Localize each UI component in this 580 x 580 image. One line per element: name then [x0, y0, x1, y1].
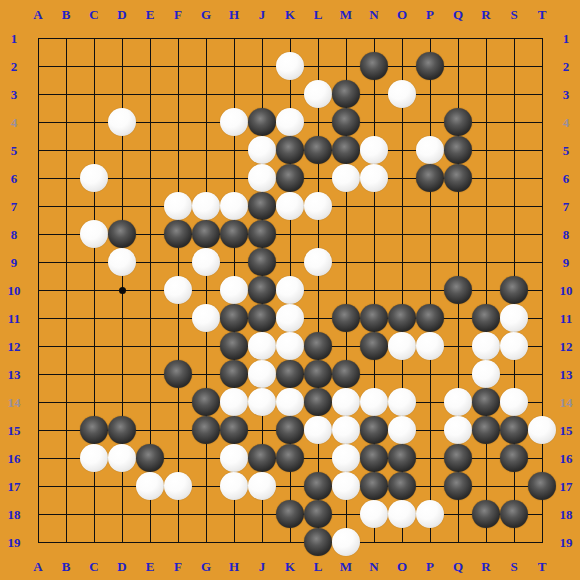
- point-A2[interactable]: [24, 52, 52, 80]
- point-M10[interactable]: [332, 276, 360, 304]
- point-G16[interactable]: [192, 444, 220, 472]
- point-J3[interactable]: [248, 80, 276, 108]
- point-H3[interactable]: [220, 80, 248, 108]
- white-stone-S12[interactable]: [500, 332, 528, 360]
- point-P14[interactable]: [416, 388, 444, 416]
- white-stone-L9[interactable]: [304, 248, 332, 276]
- point-T9[interactable]: [528, 248, 556, 276]
- black-stone-L5[interactable]: [304, 136, 332, 164]
- white-stone-O12[interactable]: [388, 332, 416, 360]
- black-stone-K15[interactable]: [276, 416, 304, 444]
- white-stone-K12[interactable]: [276, 332, 304, 360]
- point-F3[interactable]: [164, 80, 192, 108]
- point-A19[interactable]: [24, 528, 52, 556]
- point-E13[interactable]: [136, 360, 164, 388]
- point-S5[interactable]: [500, 136, 528, 164]
- point-E15[interactable]: [136, 416, 164, 444]
- point-N19[interactable]: [360, 528, 388, 556]
- point-O2[interactable]: [388, 52, 416, 80]
- point-N3[interactable]: [360, 80, 388, 108]
- black-stone-F13[interactable]: [164, 360, 192, 388]
- black-stone-Q5[interactable]: [444, 136, 472, 164]
- point-D3[interactable]: [108, 80, 136, 108]
- point-O9[interactable]: [388, 248, 416, 276]
- point-Q9[interactable]: [444, 248, 472, 276]
- white-stone-J17[interactable]: [248, 472, 276, 500]
- point-Q7[interactable]: [444, 192, 472, 220]
- point-J2[interactable]: [248, 52, 276, 80]
- point-P17[interactable]: [416, 472, 444, 500]
- point-N10[interactable]: [360, 276, 388, 304]
- black-stone-C15[interactable]: [80, 416, 108, 444]
- black-stone-Q4[interactable]: [444, 108, 472, 136]
- point-S6[interactable]: [500, 164, 528, 192]
- black-stone-N12[interactable]: [360, 332, 388, 360]
- black-stone-G8[interactable]: [192, 220, 220, 248]
- point-A10[interactable]: [24, 276, 52, 304]
- point-P19[interactable]: [416, 528, 444, 556]
- black-stone-D8[interactable]: [108, 220, 136, 248]
- point-Q19[interactable]: [444, 528, 472, 556]
- point-R4[interactable]: [472, 108, 500, 136]
- point-B8[interactable]: [52, 220, 80, 248]
- point-T10[interactable]: [528, 276, 556, 304]
- point-O1[interactable]: [388, 24, 416, 52]
- point-R8[interactable]: [472, 220, 500, 248]
- point-R7[interactable]: [472, 192, 500, 220]
- point-R3[interactable]: [472, 80, 500, 108]
- black-stone-L19[interactable]: [304, 528, 332, 556]
- black-stone-Q10[interactable]: [444, 276, 472, 304]
- white-stone-K7[interactable]: [276, 192, 304, 220]
- point-A13[interactable]: [24, 360, 52, 388]
- point-P15[interactable]: [416, 416, 444, 444]
- white-stone-J5[interactable]: [248, 136, 276, 164]
- white-stone-S14[interactable]: [500, 388, 528, 416]
- point-R2[interactable]: [472, 52, 500, 80]
- point-T13[interactable]: [528, 360, 556, 388]
- point-P3[interactable]: [416, 80, 444, 108]
- white-stone-C16[interactable]: [80, 444, 108, 472]
- white-stone-P18[interactable]: [416, 500, 444, 528]
- black-stone-P11[interactable]: [416, 304, 444, 332]
- black-stone-H8[interactable]: [220, 220, 248, 248]
- point-F1[interactable]: [164, 24, 192, 52]
- point-C14[interactable]: [80, 388, 108, 416]
- point-Q2[interactable]: [444, 52, 472, 80]
- white-stone-N14[interactable]: [360, 388, 388, 416]
- point-N1[interactable]: [360, 24, 388, 52]
- white-stone-R13[interactable]: [472, 360, 500, 388]
- point-E10[interactable]: [136, 276, 164, 304]
- white-stone-G7[interactable]: [192, 192, 220, 220]
- point-M18[interactable]: [332, 500, 360, 528]
- white-stone-M17[interactable]: [332, 472, 360, 500]
- black-stone-P2[interactable]: [416, 52, 444, 80]
- point-T4[interactable]: [528, 108, 556, 136]
- point-A14[interactable]: [24, 388, 52, 416]
- black-stone-K6[interactable]: [276, 164, 304, 192]
- point-T18[interactable]: [528, 500, 556, 528]
- point-B14[interactable]: [52, 388, 80, 416]
- point-E3[interactable]: [136, 80, 164, 108]
- point-S19[interactable]: [500, 528, 528, 556]
- black-stone-D15[interactable]: [108, 416, 136, 444]
- point-E14[interactable]: [136, 388, 164, 416]
- point-M7[interactable]: [332, 192, 360, 220]
- point-G12[interactable]: [192, 332, 220, 360]
- point-D5[interactable]: [108, 136, 136, 164]
- point-B5[interactable]: [52, 136, 80, 164]
- black-stone-K18[interactable]: [276, 500, 304, 528]
- point-Q3[interactable]: [444, 80, 472, 108]
- white-stone-H14[interactable]: [220, 388, 248, 416]
- black-stone-N16[interactable]: [360, 444, 388, 472]
- black-stone-N2[interactable]: [360, 52, 388, 80]
- point-A11[interactable]: [24, 304, 52, 332]
- point-C19[interactable]: [80, 528, 108, 556]
- point-E1[interactable]: [136, 24, 164, 52]
- point-G3[interactable]: [192, 80, 220, 108]
- white-stone-M6[interactable]: [332, 164, 360, 192]
- point-J1[interactable]: [248, 24, 276, 52]
- point-A9[interactable]: [24, 248, 52, 276]
- point-L2[interactable]: [304, 52, 332, 80]
- point-C10[interactable]: [80, 276, 108, 304]
- black-stone-M13[interactable]: [332, 360, 360, 388]
- point-R1[interactable]: [472, 24, 500, 52]
- point-R17[interactable]: [472, 472, 500, 500]
- point-S4[interactable]: [500, 108, 528, 136]
- point-K3[interactable]: [276, 80, 304, 108]
- white-stone-D4[interactable]: [108, 108, 136, 136]
- point-D1[interactable]: [108, 24, 136, 52]
- black-stone-H13[interactable]: [220, 360, 248, 388]
- black-stone-J10[interactable]: [248, 276, 276, 304]
- point-N8[interactable]: [360, 220, 388, 248]
- white-stone-P12[interactable]: [416, 332, 444, 360]
- black-stone-M5[interactable]: [332, 136, 360, 164]
- black-stone-L12[interactable]: [304, 332, 332, 360]
- point-F12[interactable]: [164, 332, 192, 360]
- point-E8[interactable]: [136, 220, 164, 248]
- point-D14[interactable]: [108, 388, 136, 416]
- black-stone-K13[interactable]: [276, 360, 304, 388]
- point-L1[interactable]: [304, 24, 332, 52]
- point-A1[interactable]: [24, 24, 52, 52]
- black-stone-J7[interactable]: [248, 192, 276, 220]
- point-E2[interactable]: [136, 52, 164, 80]
- point-B16[interactable]: [52, 444, 80, 472]
- point-G13[interactable]: [192, 360, 220, 388]
- point-A16[interactable]: [24, 444, 52, 472]
- point-S13[interactable]: [500, 360, 528, 388]
- black-stone-S16[interactable]: [500, 444, 528, 472]
- point-A12[interactable]: [24, 332, 52, 360]
- point-O4[interactable]: [388, 108, 416, 136]
- point-S17[interactable]: [500, 472, 528, 500]
- point-C11[interactable]: [80, 304, 108, 332]
- white-stone-G9[interactable]: [192, 248, 220, 276]
- white-stone-C8[interactable]: [80, 220, 108, 248]
- point-H19[interactable]: [220, 528, 248, 556]
- white-stone-H10[interactable]: [220, 276, 248, 304]
- point-P9[interactable]: [416, 248, 444, 276]
- black-stone-Q16[interactable]: [444, 444, 472, 472]
- point-B4[interactable]: [52, 108, 80, 136]
- point-C2[interactable]: [80, 52, 108, 80]
- point-B9[interactable]: [52, 248, 80, 276]
- black-stone-L18[interactable]: [304, 500, 332, 528]
- black-stone-R14[interactable]: [472, 388, 500, 416]
- point-F14[interactable]: [164, 388, 192, 416]
- point-K9[interactable]: [276, 248, 304, 276]
- black-stone-T17[interactable]: [528, 472, 556, 500]
- point-H9[interactable]: [220, 248, 248, 276]
- point-O5[interactable]: [388, 136, 416, 164]
- white-stone-E17[interactable]: [136, 472, 164, 500]
- point-F9[interactable]: [164, 248, 192, 276]
- point-D18[interactable]: [108, 500, 136, 528]
- black-stone-R18[interactable]: [472, 500, 500, 528]
- point-E18[interactable]: [136, 500, 164, 528]
- point-G2[interactable]: [192, 52, 220, 80]
- point-M1[interactable]: [332, 24, 360, 52]
- point-O6[interactable]: [388, 164, 416, 192]
- point-P10[interactable]: [416, 276, 444, 304]
- white-stone-K10[interactable]: [276, 276, 304, 304]
- point-B7[interactable]: [52, 192, 80, 220]
- point-T3[interactable]: [528, 80, 556, 108]
- point-G19[interactable]: [192, 528, 220, 556]
- point-L11[interactable]: [304, 304, 332, 332]
- point-H1[interactable]: [220, 24, 248, 52]
- point-P16[interactable]: [416, 444, 444, 472]
- point-T5[interactable]: [528, 136, 556, 164]
- point-F18[interactable]: [164, 500, 192, 528]
- point-B3[interactable]: [52, 80, 80, 108]
- black-stone-Q6[interactable]: [444, 164, 472, 192]
- point-H2[interactable]: [220, 52, 248, 80]
- point-A6[interactable]: [24, 164, 52, 192]
- point-F4[interactable]: [164, 108, 192, 136]
- point-F19[interactable]: [164, 528, 192, 556]
- point-C9[interactable]: [80, 248, 108, 276]
- point-D2[interactable]: [108, 52, 136, 80]
- white-stone-N5[interactable]: [360, 136, 388, 164]
- point-G6[interactable]: [192, 164, 220, 192]
- white-stone-O14[interactable]: [388, 388, 416, 416]
- point-L8[interactable]: [304, 220, 332, 248]
- white-stone-M19[interactable]: [332, 528, 360, 556]
- point-K19[interactable]: [276, 528, 304, 556]
- point-C1[interactable]: [80, 24, 108, 52]
- white-stone-H17[interactable]: [220, 472, 248, 500]
- white-stone-L15[interactable]: [304, 416, 332, 444]
- white-stone-P5[interactable]: [416, 136, 444, 164]
- point-O7[interactable]: [388, 192, 416, 220]
- white-stone-J13[interactable]: [248, 360, 276, 388]
- point-Q13[interactable]: [444, 360, 472, 388]
- point-A18[interactable]: [24, 500, 52, 528]
- point-T8[interactable]: [528, 220, 556, 248]
- black-stone-N17[interactable]: [360, 472, 388, 500]
- point-E4[interactable]: [136, 108, 164, 136]
- point-T14[interactable]: [528, 388, 556, 416]
- white-stone-R12[interactable]: [472, 332, 500, 360]
- point-N9[interactable]: [360, 248, 388, 276]
- black-stone-H12[interactable]: [220, 332, 248, 360]
- point-E6[interactable]: [136, 164, 164, 192]
- point-A4[interactable]: [24, 108, 52, 136]
- black-stone-R15[interactable]: [472, 416, 500, 444]
- point-B13[interactable]: [52, 360, 80, 388]
- point-J15[interactable]: [248, 416, 276, 444]
- white-stone-C6[interactable]: [80, 164, 108, 192]
- black-stone-P6[interactable]: [416, 164, 444, 192]
- point-D17[interactable]: [108, 472, 136, 500]
- point-E19[interactable]: [136, 528, 164, 556]
- black-stone-L14[interactable]: [304, 388, 332, 416]
- point-E12[interactable]: [136, 332, 164, 360]
- white-stone-D16[interactable]: [108, 444, 136, 472]
- point-C18[interactable]: [80, 500, 108, 528]
- point-A15[interactable]: [24, 416, 52, 444]
- point-A5[interactable]: [24, 136, 52, 164]
- point-Q1[interactable]: [444, 24, 472, 52]
- point-J18[interactable]: [248, 500, 276, 528]
- black-stone-H11[interactable]: [220, 304, 248, 332]
- white-stone-L3[interactable]: [304, 80, 332, 108]
- black-stone-H15[interactable]: [220, 416, 248, 444]
- point-F2[interactable]: [164, 52, 192, 80]
- point-Q18[interactable]: [444, 500, 472, 528]
- point-A17[interactable]: [24, 472, 52, 500]
- white-stone-D9[interactable]: [108, 248, 136, 276]
- point-C17[interactable]: [80, 472, 108, 500]
- point-D7[interactable]: [108, 192, 136, 220]
- point-C4[interactable]: [80, 108, 108, 136]
- point-C5[interactable]: [80, 136, 108, 164]
- point-E9[interactable]: [136, 248, 164, 276]
- point-R19[interactable]: [472, 528, 500, 556]
- black-stone-N11[interactable]: [360, 304, 388, 332]
- point-T1[interactable]: [528, 24, 556, 52]
- black-stone-J16[interactable]: [248, 444, 276, 472]
- black-stone-E16[interactable]: [136, 444, 164, 472]
- point-F11[interactable]: [164, 304, 192, 332]
- white-stone-H7[interactable]: [220, 192, 248, 220]
- point-C12[interactable]: [80, 332, 108, 360]
- point-G1[interactable]: [192, 24, 220, 52]
- white-stone-O3[interactable]: [388, 80, 416, 108]
- point-N4[interactable]: [360, 108, 388, 136]
- point-O10[interactable]: [388, 276, 416, 304]
- point-L6[interactable]: [304, 164, 332, 192]
- white-stone-N6[interactable]: [360, 164, 388, 192]
- point-L16[interactable]: [304, 444, 332, 472]
- white-stone-H16[interactable]: [220, 444, 248, 472]
- point-O19[interactable]: [388, 528, 416, 556]
- point-L4[interactable]: [304, 108, 332, 136]
- black-stone-M4[interactable]: [332, 108, 360, 136]
- point-T19[interactable]: [528, 528, 556, 556]
- point-S9[interactable]: [500, 248, 528, 276]
- point-B12[interactable]: [52, 332, 80, 360]
- white-stone-K4[interactable]: [276, 108, 304, 136]
- point-F15[interactable]: [164, 416, 192, 444]
- point-M12[interactable]: [332, 332, 360, 360]
- white-stone-K14[interactable]: [276, 388, 304, 416]
- point-S7[interactable]: [500, 192, 528, 220]
- point-P4[interactable]: [416, 108, 444, 136]
- white-stone-M15[interactable]: [332, 416, 360, 444]
- point-Q12[interactable]: [444, 332, 472, 360]
- point-H18[interactable]: [220, 500, 248, 528]
- white-stone-F7[interactable]: [164, 192, 192, 220]
- black-stone-L17[interactable]: [304, 472, 332, 500]
- white-stone-H4[interactable]: [220, 108, 248, 136]
- point-G4[interactable]: [192, 108, 220, 136]
- point-A7[interactable]: [24, 192, 52, 220]
- point-O8[interactable]: [388, 220, 416, 248]
- point-G17[interactable]: [192, 472, 220, 500]
- point-F16[interactable]: [164, 444, 192, 472]
- white-stone-K2[interactable]: [276, 52, 304, 80]
- point-B10[interactable]: [52, 276, 80, 304]
- point-P1[interactable]: [416, 24, 444, 52]
- point-S1[interactable]: [500, 24, 528, 52]
- white-stone-M14[interactable]: [332, 388, 360, 416]
- white-stone-M16[interactable]: [332, 444, 360, 472]
- white-stone-N18[interactable]: [360, 500, 388, 528]
- point-R9[interactable]: [472, 248, 500, 276]
- white-stone-S11[interactable]: [500, 304, 528, 332]
- point-C7[interactable]: [80, 192, 108, 220]
- point-E5[interactable]: [136, 136, 164, 164]
- white-stone-O18[interactable]: [388, 500, 416, 528]
- point-L10[interactable]: [304, 276, 332, 304]
- white-stone-J12[interactable]: [248, 332, 276, 360]
- black-stone-M11[interactable]: [332, 304, 360, 332]
- black-stone-O11[interactable]: [388, 304, 416, 332]
- white-stone-L7[interactable]: [304, 192, 332, 220]
- point-D10[interactable]: [108, 276, 136, 304]
- point-Q11[interactable]: [444, 304, 472, 332]
- point-Q8[interactable]: [444, 220, 472, 248]
- black-stone-O16[interactable]: [388, 444, 416, 472]
- point-S2[interactable]: [500, 52, 528, 80]
- point-R5[interactable]: [472, 136, 500, 164]
- black-stone-K5[interactable]: [276, 136, 304, 164]
- black-stone-Q17[interactable]: [444, 472, 472, 500]
- point-G18[interactable]: [192, 500, 220, 528]
- point-T2[interactable]: [528, 52, 556, 80]
- point-P7[interactable]: [416, 192, 444, 220]
- white-stone-J14[interactable]: [248, 388, 276, 416]
- point-B11[interactable]: [52, 304, 80, 332]
- white-stone-F17[interactable]: [164, 472, 192, 500]
- black-stone-F8[interactable]: [164, 220, 192, 248]
- point-B2[interactable]: [52, 52, 80, 80]
- point-D11[interactable]: [108, 304, 136, 332]
- point-T11[interactable]: [528, 304, 556, 332]
- point-F5[interactable]: [164, 136, 192, 164]
- black-stone-S15[interactable]: [500, 416, 528, 444]
- black-stone-S10[interactable]: [500, 276, 528, 304]
- point-K8[interactable]: [276, 220, 304, 248]
- point-T7[interactable]: [528, 192, 556, 220]
